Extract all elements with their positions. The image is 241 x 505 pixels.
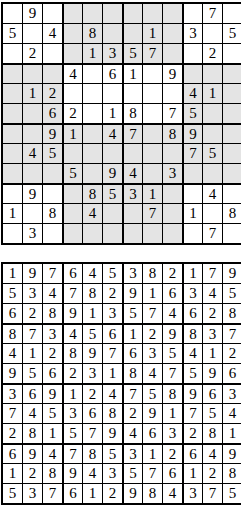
puzzle-cell-r8c12[interactable] bbox=[223, 144, 241, 163]
puzzle-cell-r4c10[interactable] bbox=[183, 64, 202, 83]
solution-cell-r10c3: 4 bbox=[43, 444, 62, 463]
solution-cell-r8c11: 5 bbox=[203, 404, 222, 423]
solution-cell-r4c6: 6 bbox=[103, 324, 122, 343]
puzzle-cell-r1c8[interactable] bbox=[143, 4, 162, 23]
solution-cell-r6c7: 8 bbox=[123, 364, 142, 383]
puzzle-cell-r12c5[interactable] bbox=[83, 224, 102, 243]
puzzle-cell-r10c2: 9 bbox=[23, 184, 42, 203]
solution-cell-r4c1: 8 bbox=[3, 324, 22, 343]
puzzle-cell-r9c3[interactable] bbox=[43, 164, 62, 183]
solution-cell-r4c7: 1 bbox=[123, 324, 142, 343]
puzzle-cell-r3c7: 5 bbox=[123, 44, 142, 63]
puzzle-cell-r11c11[interactable] bbox=[203, 204, 222, 223]
solution-cell-r7c1: 3 bbox=[3, 384, 22, 403]
puzzle-cell-r8c11: 5 bbox=[203, 144, 222, 163]
solution-cell-r2c6: 2 bbox=[103, 284, 122, 303]
solution-cell-r12c11: 7 bbox=[203, 484, 222, 503]
solution-cell-r11c4: 9 bbox=[63, 464, 82, 483]
puzzle-cell-r8c2: 4 bbox=[23, 144, 42, 163]
solution-cell-r4c9: 9 bbox=[163, 324, 182, 343]
solution-cell-r10c4: 7 bbox=[63, 444, 82, 463]
puzzle-cell-r12c6[interactable] bbox=[103, 224, 122, 243]
solution-cell-r6c2: 5 bbox=[23, 364, 42, 383]
solution-cell-r11c11: 2 bbox=[203, 464, 222, 483]
solution-cell-r4c5: 5 bbox=[83, 324, 102, 343]
puzzle-cell-r8c8[interactable] bbox=[143, 144, 162, 163]
puzzle-cell-r3c4[interactable] bbox=[63, 44, 82, 63]
solution-cell-r9c10: 2 bbox=[183, 424, 202, 443]
solution-cell-r11c6: 3 bbox=[103, 464, 122, 483]
solution-cell-r5c11: 1 bbox=[203, 344, 222, 363]
solution-cell-r4c8: 2 bbox=[143, 324, 162, 343]
puzzle-cell-r11c5: 4 bbox=[83, 204, 102, 223]
puzzle-cell-r5c4[interactable] bbox=[63, 84, 82, 103]
solution-cell-r6c5: 3 bbox=[83, 364, 102, 383]
puzzle-cell-r9c12[interactable] bbox=[223, 164, 241, 183]
puzzle-cell-r7c9: 8 bbox=[163, 124, 182, 143]
puzzle-cell-r1c10[interactable] bbox=[183, 4, 202, 23]
solution-cell-r6c4: 2 bbox=[63, 364, 82, 383]
solution-cell-r1c3: 7 bbox=[43, 264, 62, 283]
solution-cell-r3c3: 8 bbox=[43, 304, 62, 323]
puzzle-cell-r12c4[interactable] bbox=[63, 224, 82, 243]
puzzle-cell-r5c10: 4 bbox=[183, 84, 202, 103]
puzzle-cell-r5c7[interactable] bbox=[123, 84, 142, 103]
puzzle-cell-r5c12[interactable] bbox=[223, 84, 241, 103]
solution-cell-r11c7: 5 bbox=[123, 464, 142, 483]
puzzle-cell-r6c1[interactable] bbox=[3, 104, 22, 123]
solution-cell-r12c2: 3 bbox=[23, 484, 42, 503]
solution-cell-r6c9: 7 bbox=[163, 364, 182, 383]
solution-cell-r9c9: 3 bbox=[163, 424, 182, 443]
puzzle-cell-r9c6: 9 bbox=[103, 164, 122, 183]
puzzle-cell-r9c9: 3 bbox=[163, 164, 182, 183]
puzzle-cell-r1c12[interactable] bbox=[223, 4, 241, 23]
puzzle-cell-r7c12[interactable] bbox=[223, 124, 241, 143]
puzzle-cell-r10c9[interactable] bbox=[163, 184, 182, 203]
sudoku-sheet: 9754813521357246191241621875914789457559… bbox=[0, 0, 241, 505]
puzzle-cell-r8c3: 5 bbox=[43, 144, 62, 163]
puzzle-cell-r6c6: 1 bbox=[103, 104, 122, 123]
solution-cell-r7c12: 3 bbox=[223, 384, 241, 403]
puzzle-cell-r8c1[interactable] bbox=[3, 144, 22, 163]
puzzle-cell-r10c10[interactable] bbox=[183, 184, 202, 203]
puzzle-cell-r6c2[interactable] bbox=[23, 104, 42, 123]
solution-cell-r12c7: 9 bbox=[123, 484, 142, 503]
solution-cell-r8c7: 2 bbox=[123, 404, 142, 423]
puzzle-cell-r12c7[interactable] bbox=[123, 224, 142, 243]
solution-cell-r2c2: 3 bbox=[23, 284, 42, 303]
solution-cell-r9c4: 5 bbox=[63, 424, 82, 443]
puzzle-cell-r2c6[interactable] bbox=[103, 24, 122, 43]
solution-cell-r5c6: 7 bbox=[103, 344, 122, 363]
solution-cell-r7c4: 1 bbox=[63, 384, 82, 403]
solution-cell-r5c1: 4 bbox=[3, 344, 22, 363]
puzzle-cell-r11c7[interactable] bbox=[123, 204, 142, 223]
puzzle-cell-r11c10: 1 bbox=[183, 204, 202, 223]
solution-cell-r11c12: 8 bbox=[223, 464, 241, 483]
puzzle-cell-r8c7[interactable] bbox=[123, 144, 142, 163]
puzzle-cell-r10c5: 8 bbox=[83, 184, 102, 203]
solution-cell-r12c5: 1 bbox=[83, 484, 102, 503]
puzzle-cell-r5c8[interactable] bbox=[143, 84, 162, 103]
puzzle-cell-r10c11: 4 bbox=[203, 184, 222, 203]
puzzle-cell-r5c1[interactable] bbox=[3, 84, 22, 103]
solution-cell-r4c11: 3 bbox=[203, 324, 222, 343]
solution-cell-r11c10: 1 bbox=[183, 464, 202, 483]
puzzle-cell-r11c2[interactable] bbox=[23, 204, 42, 223]
puzzle-cell-r7c2[interactable] bbox=[23, 124, 42, 143]
solution-cell-r8c5: 6 bbox=[83, 404, 102, 423]
solution-cell-r5c10: 4 bbox=[183, 344, 202, 363]
solution-cell-r2c1: 5 bbox=[3, 284, 22, 303]
solution-cell-r10c6: 5 bbox=[103, 444, 122, 463]
solution-cell-r10c8: 1 bbox=[143, 444, 162, 463]
solution-cell-r3c9: 4 bbox=[163, 304, 182, 323]
puzzle-cell-r11c6[interactable] bbox=[103, 204, 122, 223]
puzzle-cell-r11c12: 8 bbox=[223, 204, 241, 223]
puzzle-cell-r1c11: 7 bbox=[203, 4, 222, 23]
solution-cell-r11c5: 4 bbox=[83, 464, 102, 483]
solution-cell-r6c3: 6 bbox=[43, 364, 62, 383]
solution-cell-r9c2: 8 bbox=[23, 424, 42, 443]
solution-cell-r9c7: 4 bbox=[123, 424, 142, 443]
solution-cell-r6c10: 5 bbox=[183, 364, 202, 383]
solution-cell-r6c1: 9 bbox=[3, 364, 22, 383]
solution-cell-r2c7: 9 bbox=[123, 284, 142, 303]
solution-cell-r3c5: 1 bbox=[83, 304, 102, 323]
puzzle-grid: 9754813521357246191241621875914789457559… bbox=[1, 2, 241, 245]
puzzle-cell-r6c7: 8 bbox=[123, 104, 142, 123]
puzzle-cell-r1c1[interactable] bbox=[3, 4, 22, 23]
solution-cell-r1c7: 3 bbox=[123, 264, 142, 283]
solution-cell-r8c8: 9 bbox=[143, 404, 162, 423]
solution-cell-r3c6: 3 bbox=[103, 304, 122, 323]
puzzle-cell-r7c6: 4 bbox=[103, 124, 122, 143]
puzzle-cell-r12c11: 7 bbox=[203, 224, 222, 243]
puzzle-cell-r1c6[interactable] bbox=[103, 4, 122, 23]
solution-grid: 1976453821795347829163456289135746288734… bbox=[1, 262, 241, 505]
solution-cell-r10c10: 6 bbox=[183, 444, 202, 463]
puzzle-cell-r9c10[interactable] bbox=[183, 164, 202, 183]
solution-cell-r5c2: 1 bbox=[23, 344, 42, 363]
puzzle-cell-r1c4[interactable] bbox=[63, 4, 82, 23]
puzzle-cell-r5c9[interactable] bbox=[163, 84, 182, 103]
solution-cell-r1c6: 5 bbox=[103, 264, 122, 283]
solution-cell-r3c4: 9 bbox=[63, 304, 82, 323]
solution-cell-r12c9: 4 bbox=[163, 484, 182, 503]
puzzle-cell-r12c8[interactable] bbox=[143, 224, 162, 243]
puzzle-cell-r2c7[interactable] bbox=[123, 24, 142, 43]
solution-cell-r7c10: 9 bbox=[183, 384, 202, 403]
solution-cell-r7c8: 5 bbox=[143, 384, 162, 403]
puzzle-cell-r6c11[interactable] bbox=[203, 104, 222, 123]
solution-cell-r3c1: 6 bbox=[3, 304, 22, 323]
solution-cell-r3c12: 8 bbox=[223, 304, 241, 323]
puzzle-cell-r3c10[interactable] bbox=[183, 44, 202, 63]
solution-cell-r8c1: 7 bbox=[3, 404, 22, 423]
solution-cell-r1c9: 2 bbox=[163, 264, 182, 283]
solution-cell-r12c12: 5 bbox=[223, 484, 241, 503]
solution-cell-r3c10: 6 bbox=[183, 304, 202, 323]
solution-cell-r2c5: 8 bbox=[83, 284, 102, 303]
solution-cell-r8c6: 8 bbox=[103, 404, 122, 423]
puzzle-cell-r4c3[interactable] bbox=[43, 64, 62, 83]
puzzle-cell-r9c11[interactable] bbox=[203, 164, 222, 183]
puzzle-cell-r7c8[interactable] bbox=[143, 124, 162, 143]
solution-cell-r7c9: 8 bbox=[163, 384, 182, 403]
puzzle-cell-r9c4: 5 bbox=[63, 164, 82, 183]
solution-cell-r8c4: 3 bbox=[63, 404, 82, 423]
puzzle-cell-r7c1[interactable] bbox=[3, 124, 22, 143]
puzzle-cell-r2c3: 4 bbox=[43, 24, 62, 43]
puzzle-cell-r6c4: 2 bbox=[63, 104, 82, 123]
solution-cell-r12c1: 5 bbox=[3, 484, 22, 503]
puzzle-cell-r1c2: 9 bbox=[23, 4, 42, 23]
puzzle-cell-r7c5[interactable] bbox=[83, 124, 102, 143]
solution-cell-r12c10: 3 bbox=[183, 484, 202, 503]
puzzle-cell-r6c5[interactable] bbox=[83, 104, 102, 123]
solution-cell-r10c12: 9 bbox=[223, 444, 241, 463]
puzzle-cell-r3c8: 7 bbox=[143, 44, 162, 63]
puzzle-cell-r2c4[interactable] bbox=[63, 24, 82, 43]
puzzle-cell-r3c12[interactable] bbox=[223, 44, 241, 63]
puzzle-cell-r9c2[interactable] bbox=[23, 164, 42, 183]
solution-cell-r5c9: 5 bbox=[163, 344, 182, 363]
solution-cell-r11c3: 8 bbox=[43, 464, 62, 483]
solution-cell-r12c3: 7 bbox=[43, 484, 62, 503]
puzzle-cell-r5c11: 1 bbox=[203, 84, 222, 103]
solution-cell-r4c10: 8 bbox=[183, 324, 202, 343]
puzzle-cell-r2c11[interactable] bbox=[203, 24, 222, 43]
solution-cell-r4c3: 3 bbox=[43, 324, 62, 343]
puzzle-cell-r12c3[interactable] bbox=[43, 224, 62, 243]
solution-cell-r11c9: 6 bbox=[163, 464, 182, 483]
solution-cell-r9c12: 1 bbox=[223, 424, 241, 443]
solution-cell-r10c11: 4 bbox=[203, 444, 222, 463]
solution-cell-r8c2: 4 bbox=[23, 404, 42, 423]
puzzle-cell-r5c3: 2 bbox=[43, 84, 62, 103]
solution-cell-r10c5: 8 bbox=[83, 444, 102, 463]
solution-cell-r9c8: 6 bbox=[143, 424, 162, 443]
solution-cell-r11c2: 2 bbox=[23, 464, 42, 483]
puzzle-cell-r6c3: 6 bbox=[43, 104, 62, 123]
solution-cell-r1c8: 8 bbox=[143, 264, 162, 283]
solution-cell-r12c8: 8 bbox=[143, 484, 162, 503]
solution-cell-r10c1: 6 bbox=[3, 444, 22, 463]
puzzle-cell-r7c7: 7 bbox=[123, 124, 142, 143]
puzzle-cell-r10c4[interactable] bbox=[63, 184, 82, 203]
puzzle-cell-r2c10: 3 bbox=[183, 24, 202, 43]
solution-cell-r3c7: 5 bbox=[123, 304, 142, 323]
solution-cell-r5c7: 6 bbox=[123, 344, 142, 363]
solution-cell-r8c10: 7 bbox=[183, 404, 202, 423]
puzzle-cell-r3c1[interactable] bbox=[3, 44, 22, 63]
solution-cell-r3c2: 2 bbox=[23, 304, 42, 323]
puzzle-cell-r1c9[interactable] bbox=[163, 4, 182, 23]
puzzle-cell-r5c6[interactable] bbox=[103, 84, 122, 103]
solution-cell-r9c11: 8 bbox=[203, 424, 222, 443]
solution-cell-r2c3: 4 bbox=[43, 284, 62, 303]
solution-cell-r12c6: 2 bbox=[103, 484, 122, 503]
solution-cell-r2c11: 4 bbox=[203, 284, 222, 303]
solution-cell-r1c12: 9 bbox=[223, 264, 241, 283]
solution-cell-r5c4: 8 bbox=[63, 344, 82, 363]
puzzle-cell-r12c1[interactable] bbox=[3, 224, 22, 243]
solution-cell-r7c6: 4 bbox=[103, 384, 122, 403]
puzzle-cell-r7c11[interactable] bbox=[203, 124, 222, 143]
puzzle-cell-r8c6[interactable] bbox=[103, 144, 122, 163]
puzzle-cell-r7c3: 9 bbox=[43, 124, 62, 143]
puzzle-cell-r2c9[interactable] bbox=[163, 24, 182, 43]
puzzle-cell-r11c4[interactable] bbox=[63, 204, 82, 223]
solution-cell-r12c4: 6 bbox=[63, 484, 82, 503]
puzzle-cell-r5c2: 1 bbox=[23, 84, 42, 103]
solution-cell-r6c11: 9 bbox=[203, 364, 222, 383]
solution-cell-r10c7: 3 bbox=[123, 444, 142, 463]
puzzle-cell-r10c12[interactable] bbox=[223, 184, 241, 203]
solution-cell-r1c11: 7 bbox=[203, 264, 222, 283]
puzzle-cell-r10c6: 5 bbox=[103, 184, 122, 203]
puzzle-cell-r8c9[interactable] bbox=[163, 144, 182, 163]
solution-cell-r8c9: 1 bbox=[163, 404, 182, 423]
puzzle-cell-r2c2[interactable] bbox=[23, 24, 42, 43]
solution-cell-r4c12: 7 bbox=[223, 324, 241, 343]
solution-cell-r2c8: 1 bbox=[143, 284, 162, 303]
puzzle-cell-r4c2[interactable] bbox=[23, 64, 42, 83]
solution-cell-r8c3: 5 bbox=[43, 404, 62, 423]
puzzle-cell-r4c1[interactable] bbox=[3, 64, 22, 83]
puzzle-cell-r3c11: 2 bbox=[203, 44, 222, 63]
solution-cell-r7c7: 7 bbox=[123, 384, 142, 403]
puzzle-cell-r6c10: 5 bbox=[183, 104, 202, 123]
puzzle-cell-r8c10: 7 bbox=[183, 144, 202, 163]
puzzle-cell-r6c8[interactable] bbox=[143, 104, 162, 123]
solution-cell-r3c11: 2 bbox=[203, 304, 222, 323]
solution-cell-r7c2: 6 bbox=[23, 384, 42, 403]
puzzle-cell-r11c9[interactable] bbox=[163, 204, 182, 223]
puzzle-cell-r9c7: 4 bbox=[123, 164, 142, 183]
puzzle-cell-r11c8: 7 bbox=[143, 204, 162, 223]
solution-cell-r11c8: 7 bbox=[143, 464, 162, 483]
solution-cell-r2c12: 5 bbox=[223, 284, 241, 303]
solution-cell-r5c3: 2 bbox=[43, 344, 62, 363]
solution-cell-r2c9: 6 bbox=[163, 284, 182, 303]
puzzle-cell-r2c12: 5 bbox=[223, 24, 241, 43]
puzzle-cell-r3c2: 2 bbox=[23, 44, 42, 63]
solution-cell-r7c11: 6 bbox=[203, 384, 222, 403]
solution-cell-r1c2: 9 bbox=[23, 264, 42, 283]
solution-cell-r1c4: 6 bbox=[63, 264, 82, 283]
puzzle-cell-r8c5[interactable] bbox=[83, 144, 102, 163]
puzzle-cell-r3c5: 1 bbox=[83, 44, 102, 63]
puzzle-cell-r7c10: 9 bbox=[183, 124, 202, 143]
solution-cell-r6c12: 6 bbox=[223, 364, 241, 383]
puzzle-cell-r11c3: 8 bbox=[43, 204, 62, 223]
puzzle-cell-r9c5[interactable] bbox=[83, 164, 102, 183]
puzzle-cell-r10c1[interactable] bbox=[3, 184, 22, 203]
solution-cell-r3c8: 7 bbox=[143, 304, 162, 323]
solution-cell-r1c10: 1 bbox=[183, 264, 202, 283]
puzzle-cell-r10c7: 3 bbox=[123, 184, 142, 203]
solution-cell-r9c1: 2 bbox=[3, 424, 22, 443]
puzzle-cell-r4c8[interactable] bbox=[143, 64, 162, 83]
solution-cell-r4c4: 4 bbox=[63, 324, 82, 343]
puzzle-cell-r4c5[interactable] bbox=[83, 64, 102, 83]
puzzle-cell-r10c3[interactable] bbox=[43, 184, 62, 203]
solution-cell-r6c6: 1 bbox=[103, 364, 122, 383]
puzzle-cell-r1c3[interactable] bbox=[43, 4, 62, 23]
solution-cell-r5c5: 9 bbox=[83, 344, 102, 363]
puzzle-cell-r3c9[interactable] bbox=[163, 44, 182, 63]
solution-cell-r9c6: 9 bbox=[103, 424, 122, 443]
puzzle-cell-r2c5: 8 bbox=[83, 24, 102, 43]
puzzle-cell-r4c4: 4 bbox=[63, 64, 82, 83]
solution-cell-r2c10: 3 bbox=[183, 284, 202, 303]
solution-cell-r11c1: 1 bbox=[3, 464, 22, 483]
solution-cell-r1c5: 4 bbox=[83, 264, 102, 283]
puzzle-cell-r9c8[interactable] bbox=[143, 164, 162, 183]
solution-cell-r4c2: 7 bbox=[23, 324, 42, 343]
solution-cell-r10c2: 9 bbox=[23, 444, 42, 463]
solution-cell-r2c4: 7 bbox=[63, 284, 82, 303]
puzzle-cell-r8c4[interactable] bbox=[63, 144, 82, 163]
puzzle-cell-r10c8: 1 bbox=[143, 184, 162, 203]
puzzle-cell-r11c1: 1 bbox=[3, 204, 22, 223]
puzzle-cell-r3c3[interactable] bbox=[43, 44, 62, 63]
solution-cell-r6c8: 4 bbox=[143, 364, 162, 383]
solution-cell-r7c5: 2 bbox=[83, 384, 102, 403]
solution-cell-r7c3: 9 bbox=[43, 384, 62, 403]
solution-cell-r1c1: 1 bbox=[3, 264, 22, 283]
puzzle-cell-r4c12[interactable] bbox=[223, 64, 241, 83]
solution-cell-r9c5: 7 bbox=[83, 424, 102, 443]
puzzle-cell-r7c4: 1 bbox=[63, 124, 82, 143]
solution-cell-r5c8: 3 bbox=[143, 344, 162, 363]
puzzle-cell-r4c11[interactable] bbox=[203, 64, 222, 83]
puzzle-cell-r12c12[interactable] bbox=[223, 224, 241, 243]
puzzle-cell-r4c9: 9 bbox=[163, 64, 182, 83]
solution-cell-r5c12: 2 bbox=[223, 344, 241, 363]
puzzle-cell-r2c8: 1 bbox=[143, 24, 162, 43]
puzzle-cell-r12c9[interactable] bbox=[163, 224, 182, 243]
puzzle-cell-r3c6: 3 bbox=[103, 44, 122, 63]
puzzle-cell-r12c2: 3 bbox=[23, 224, 42, 243]
puzzle-cell-r6c9: 7 bbox=[163, 104, 182, 123]
puzzle-cell-r12c10[interactable] bbox=[183, 224, 202, 243]
puzzle-cell-r9c1[interactable] bbox=[3, 164, 22, 183]
puzzle-cell-r5c5[interactable] bbox=[83, 84, 102, 103]
puzzle-cell-r1c5[interactable] bbox=[83, 4, 102, 23]
solution-cell-r8c12: 4 bbox=[223, 404, 241, 423]
puzzle-cell-r4c7: 1 bbox=[123, 64, 142, 83]
solution-cell-r9c3: 1 bbox=[43, 424, 62, 443]
puzzle-cell-r4c6: 6 bbox=[103, 64, 122, 83]
puzzle-cell-r6c12[interactable] bbox=[223, 104, 241, 123]
puzzle-cell-r1c7[interactable] bbox=[123, 4, 142, 23]
solution-cell-r10c9: 2 bbox=[163, 444, 182, 463]
puzzle-cell-r2c1: 5 bbox=[3, 24, 22, 43]
